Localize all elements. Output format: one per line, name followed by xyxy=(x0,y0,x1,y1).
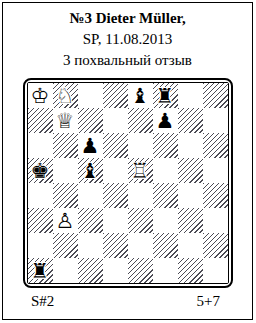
square-f6 xyxy=(153,133,178,158)
piece-black-king: ♚♚ xyxy=(28,158,53,183)
square-e4 xyxy=(128,183,153,208)
material-count-label: 5+7 xyxy=(197,293,220,310)
square-d7 xyxy=(103,108,128,133)
chess-board-grid: ♚♔♞♘♝♝♜♜♛♕♟♟♟♟♚♚♝♝♜♖♟♙♜♜ xyxy=(28,83,228,283)
piece-white-queen: ♛♕ xyxy=(53,108,78,133)
square-f5 xyxy=(153,158,178,183)
square-d5 xyxy=(103,158,128,183)
square-c8 xyxy=(78,83,103,108)
square-c5: ♝♝ xyxy=(78,158,103,183)
square-e5: ♜♖ xyxy=(128,158,153,183)
square-h5 xyxy=(203,158,228,183)
square-f2 xyxy=(153,233,178,258)
square-e2 xyxy=(128,233,153,258)
square-h6 xyxy=(203,133,228,158)
square-f3 xyxy=(153,208,178,233)
chess-board: ♚♔♞♘♝♝♜♜♛♕♟♟♟♟♚♚♝♝♜♖♟♙♜♜ xyxy=(23,78,233,288)
piece-black-pawn: ♟♟ xyxy=(78,133,103,158)
problem-footer: S#2 5+7 xyxy=(25,293,230,310)
square-g3 xyxy=(178,208,203,233)
square-g4 xyxy=(178,183,203,208)
square-g5 xyxy=(178,158,203,183)
square-d8 xyxy=(103,83,128,108)
square-h8 xyxy=(203,83,228,108)
square-h1 xyxy=(203,258,228,283)
square-e7 xyxy=(128,108,153,133)
piece-black-rook: ♜♜ xyxy=(28,258,53,283)
square-g8 xyxy=(178,83,203,108)
square-h7 xyxy=(203,108,228,133)
square-b2 xyxy=(53,233,78,258)
square-b1 xyxy=(53,258,78,283)
piece-white-knight: ♞♘ xyxy=(53,83,78,108)
square-c3 xyxy=(78,208,103,233)
piece-white-king: ♚♔ xyxy=(28,83,53,108)
problem-title: №3 Dieter Müller, xyxy=(3,8,252,29)
problem-header: №3 Dieter Müller, SP, 11.08.2013 3 похва… xyxy=(3,8,252,71)
square-c4 xyxy=(78,183,103,208)
piece-white-pawn: ♟♙ xyxy=(53,208,78,233)
square-d4 xyxy=(103,183,128,208)
square-d1 xyxy=(103,258,128,283)
square-b3: ♟♙ xyxy=(53,208,78,233)
square-f8: ♜♜ xyxy=(153,83,178,108)
square-a8: ♚♔ xyxy=(28,83,53,108)
square-a2 xyxy=(28,233,53,258)
square-g2 xyxy=(178,233,203,258)
square-f1 xyxy=(153,258,178,283)
piece-black-pawn: ♟♟ xyxy=(153,108,178,133)
problem-card: №3 Dieter Müller, SP, 11.08.2013 3 похва… xyxy=(2,2,253,320)
square-a5: ♚♚ xyxy=(28,158,53,183)
stipulation-label: S#2 xyxy=(31,293,54,310)
square-c7 xyxy=(78,108,103,133)
square-b7: ♛♕ xyxy=(53,108,78,133)
square-a1: ♜♜ xyxy=(28,258,53,283)
square-h4 xyxy=(203,183,228,208)
piece-black-rook: ♜♜ xyxy=(153,83,178,108)
square-d2 xyxy=(103,233,128,258)
square-g6 xyxy=(178,133,203,158)
problem-award: 3 похвальный отзыв xyxy=(3,50,252,71)
chess-board-inner: ♚♔♞♘♝♝♜♜♛♕♟♟♟♟♚♚♝♝♜♖♟♙♜♜ xyxy=(27,82,229,284)
square-d3 xyxy=(103,208,128,233)
square-e6 xyxy=(128,133,153,158)
square-f7: ♟♟ xyxy=(153,108,178,133)
square-a3 xyxy=(28,208,53,233)
problem-source: SP, 11.08.2013 xyxy=(3,29,252,50)
square-a7 xyxy=(28,108,53,133)
square-g7 xyxy=(178,108,203,133)
square-c6: ♟♟ xyxy=(78,133,103,158)
square-h3 xyxy=(203,208,228,233)
square-h2 xyxy=(203,233,228,258)
square-c2 xyxy=(78,233,103,258)
piece-black-bishop: ♝♝ xyxy=(78,158,103,183)
square-f4 xyxy=(153,183,178,208)
square-e8: ♝♝ xyxy=(128,83,153,108)
square-b6 xyxy=(53,133,78,158)
square-a4 xyxy=(28,183,53,208)
square-b8: ♞♘ xyxy=(53,83,78,108)
square-g1 xyxy=(178,258,203,283)
square-c1 xyxy=(78,258,103,283)
piece-black-bishop: ♝♝ xyxy=(128,83,153,108)
square-e1 xyxy=(128,258,153,283)
square-b4 xyxy=(53,183,78,208)
square-a6 xyxy=(28,133,53,158)
square-e3 xyxy=(128,208,153,233)
square-b5 xyxy=(53,158,78,183)
piece-white-rook: ♜♖ xyxy=(128,158,153,183)
square-d6 xyxy=(103,133,128,158)
